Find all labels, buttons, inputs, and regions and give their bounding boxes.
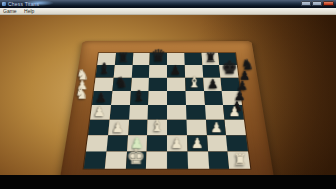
square-f6[interactable]: ♝: [185, 78, 204, 91]
bottom-black-bar: [0, 175, 336, 189]
minimize-button[interactable]: [301, 1, 311, 6]
table-surface: ♜♛♜♝♟♚♞♝♟♟♝♟♟♟♝♟♟♟♟♚♜ ♞♟♞ ♞♟♟♟♟: [0, 14, 336, 175]
piece-white-knight: ♞: [75, 87, 88, 102]
window-titlebar: Chess Titans: [0, 0, 336, 8]
square-b2[interactable]: [106, 135, 127, 151]
piece-white-pawn[interactable]: ♟: [210, 120, 222, 134]
square-d3[interactable]: ♝: [147, 120, 167, 135]
piece-black-bishop[interactable]: ♝: [132, 89, 145, 104]
app-icon: [2, 2, 6, 6]
piece-black-pawn[interactable]: ♟: [96, 91, 108, 104]
square-g8[interactable]: ♜: [201, 53, 219, 65]
chess-titans-window: Chess Titans Game Help ♜♛♜♝♟♚♞♝♟♟♝♟♟♟♝♟♟…: [0, 0, 336, 189]
titlebar-shine: [24, 0, 54, 6]
piece-white-bishop[interactable]: ♝: [188, 75, 201, 90]
piece-white-pawn[interactable]: ♟: [171, 136, 184, 150]
square-g2[interactable]: [206, 135, 227, 151]
square-h2[interactable]: [226, 135, 248, 151]
piece-black-pawn[interactable]: ♟: [207, 77, 218, 90]
piece-white-pawn[interactable]: ♟: [191, 136, 204, 150]
close-button[interactable]: [323, 1, 334, 6]
piece-black-rook[interactable]: ♜: [118, 51, 130, 64]
square-h7[interactable]: ♚: [219, 65, 238, 78]
square-a2[interactable]: [86, 135, 108, 151]
piece-white-pawn[interactable]: ♟: [112, 120, 124, 134]
piece-black-knight[interactable]: ♞: [115, 75, 128, 90]
chess-board[interactable]: ♜♛♜♝♟♚♞♝♟♟♝♟♟♟♝♟♟♟♟♚♜ ♞♟♞ ♞♟♟♟♟: [84, 53, 251, 169]
menu-bar: Game Help: [0, 8, 336, 15]
piece-white-bishop[interactable]: ♝: [150, 118, 164, 134]
square-d2[interactable]: [147, 135, 167, 151]
square-c1[interactable]: ♚: [125, 151, 146, 168]
square-d8[interactable]: ♛: [150, 53, 167, 65]
piece-black-bishop[interactable]: ♝: [98, 62, 111, 76]
piece-black-king[interactable]: ♚: [221, 59, 237, 77]
piece-black-pawn[interactable]: ♟: [170, 64, 181, 76]
square-f2[interactable]: ♟: [187, 135, 208, 151]
maximize-button[interactable]: [312, 1, 322, 6]
menu-item-help[interactable]: Help: [21, 8, 37, 14]
menu-item-game[interactable]: Game: [0, 8, 20, 14]
square-e2[interactable]: ♟: [167, 135, 187, 151]
piece-white-pawn[interactable]: ♟: [228, 105, 240, 118]
piece-white-pawn[interactable]: ♟: [94, 105, 106, 118]
piece-black-queen[interactable]: ♛: [151, 47, 166, 64]
piece-white-king[interactable]: ♚: [126, 146, 145, 167]
piece-black-rook[interactable]: ♜: [205, 51, 217, 64]
piece-white-rook[interactable]: ♜: [233, 152, 247, 168]
